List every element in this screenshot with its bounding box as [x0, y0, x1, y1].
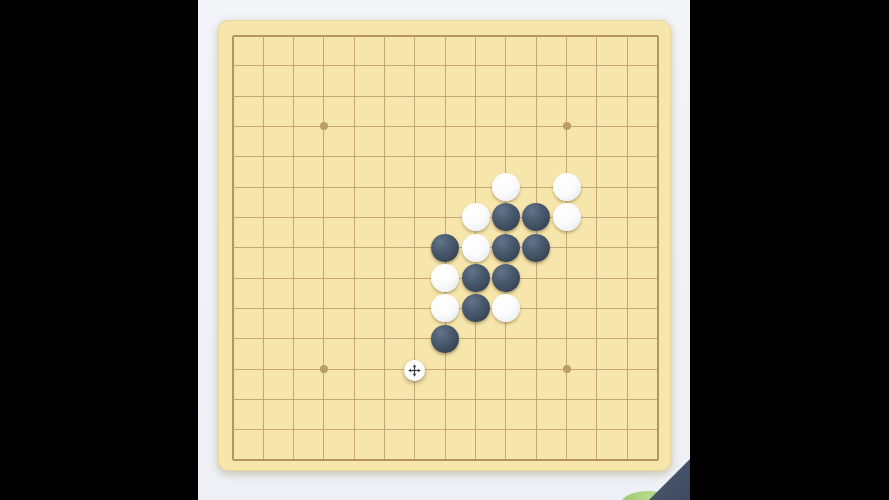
star-point	[563, 365, 571, 373]
black-stone	[522, 203, 550, 231]
game-viewport	[198, 0, 690, 500]
move-cursor[interactable]	[404, 360, 425, 381]
black-stone	[431, 325, 459, 353]
white-stone	[492, 294, 520, 322]
grid-line-horizontal	[233, 459, 658, 461]
black-stone	[431, 234, 459, 262]
star-point	[320, 365, 328, 373]
black-stone	[492, 234, 520, 262]
white-stone	[431, 264, 459, 292]
star-point	[563, 122, 571, 130]
grid-line-horizontal	[233, 399, 658, 400]
move-crosshair-icon	[408, 364, 421, 377]
grid-line-vertical	[596, 36, 597, 461]
grid-line-horizontal	[233, 429, 658, 430]
white-stone	[462, 203, 490, 231]
letterbox-right	[690, 0, 889, 500]
grid-line-horizontal	[233, 369, 658, 370]
gomoku-board[interactable]	[218, 20, 671, 471]
white-stone	[431, 294, 459, 322]
black-stone	[492, 264, 520, 292]
white-stone	[492, 173, 520, 201]
grid-line-vertical	[566, 36, 567, 461]
grid-line-vertical	[627, 36, 628, 461]
black-stone	[522, 234, 550, 262]
letterbox-left	[0, 0, 198, 500]
black-stone	[462, 294, 490, 322]
app-screen	[0, 0, 889, 500]
grid-line-vertical	[657, 36, 659, 461]
white-stone	[553, 203, 581, 231]
white-stone	[462, 234, 490, 262]
black-stone	[462, 264, 490, 292]
star-point	[320, 122, 328, 130]
black-stone	[492, 203, 520, 231]
white-stone	[553, 173, 581, 201]
